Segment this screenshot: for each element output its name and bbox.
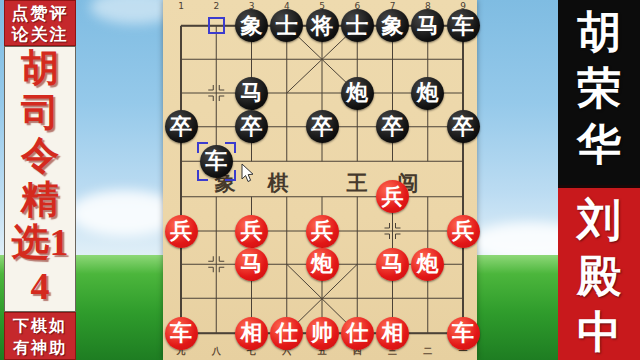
- left-overlay-panel: 点赞评论关注 胡司令精选14 下棋如有神助: [4, 0, 76, 360]
- piece-black-soldier[interactable]: 卒: [447, 110, 480, 143]
- piece-red-soldier[interactable]: 兵: [447, 215, 480, 248]
- red-player-name: 刘殿中: [558, 185, 640, 360]
- piece-black-soldier[interactable]: 卒: [376, 110, 409, 143]
- piece-black-horse[interactable]: 马: [411, 9, 444, 42]
- piece-red-general[interactable]: 帅: [306, 317, 339, 350]
- right-overlay-panel: 胡荣华 刘殿中: [558, 0, 640, 360]
- xiangqi-board: 123456789 九八七六五四三二一 象棋王闯 象士将士象马车马炮炮卒卒卒卒卒…: [163, 0, 477, 360]
- slogan-banner: 下棋如有神助: [4, 312, 76, 360]
- piece-black-cannon[interactable]: 炮: [411, 77, 444, 110]
- piece-red-advisor[interactable]: 仕: [270, 317, 303, 350]
- last-move-from-marker: [208, 17, 225, 34]
- piece-red-soldier[interactable]: 兵: [235, 215, 268, 248]
- piece-black-soldier[interactable]: 卒: [306, 110, 339, 143]
- piece-red-elephant[interactable]: 相: [235, 317, 268, 350]
- piece-red-chariot[interactable]: 车: [165, 317, 198, 350]
- subscribe-banner: 点赞评论关注: [4, 0, 76, 46]
- mouse-cursor: [241, 163, 255, 183]
- piece-black-elephant[interactable]: 象: [376, 9, 409, 42]
- piece-red-cannon[interactable]: 炮: [411, 248, 444, 281]
- piece-black-horse[interactable]: 马: [235, 77, 268, 110]
- piece-red-soldier[interactable]: 兵: [165, 215, 198, 248]
- piece-black-elephant[interactable]: 象: [235, 9, 268, 42]
- piece-black-soldier[interactable]: 卒: [235, 110, 268, 143]
- piece-red-horse[interactable]: 马: [235, 248, 268, 281]
- series-title: 胡司令精选14: [4, 46, 76, 312]
- black-player-name: 胡荣华: [558, 0, 640, 185]
- piece-black-general[interactable]: 将: [306, 9, 339, 42]
- piece-red-cannon[interactable]: 炮: [306, 248, 339, 281]
- video-frame: 点赞评论关注 胡司令精选14 下棋如有神助 胡荣华 刘殿中 123456789 …: [0, 0, 640, 360]
- piece-red-advisor[interactable]: 仕: [341, 317, 374, 350]
- piece-red-soldier[interactable]: 兵: [306, 215, 339, 248]
- piece-black-chariot[interactable]: 车: [447, 9, 480, 42]
- piece-red-horse[interactable]: 马: [376, 248, 409, 281]
- piece-black-advisor[interactable]: 士: [341, 9, 374, 42]
- piece-layer: 象士将士象马车马炮炮卒卒卒卒卒车兵兵兵兵兵马炮马炮车相仕帅仕相车: [163, 9, 480, 351]
- piece-red-soldier[interactable]: 兵: [376, 180, 409, 213]
- piece-red-elephant[interactable]: 相: [376, 317, 409, 350]
- piece-red-chariot[interactable]: 车: [447, 317, 480, 350]
- piece-black-advisor[interactable]: 士: [270, 9, 303, 42]
- piece-black-cannon[interactable]: 炮: [341, 77, 374, 110]
- piece-black-chariot[interactable]: 车: [200, 145, 233, 178]
- piece-black-soldier[interactable]: 卒: [165, 110, 198, 143]
